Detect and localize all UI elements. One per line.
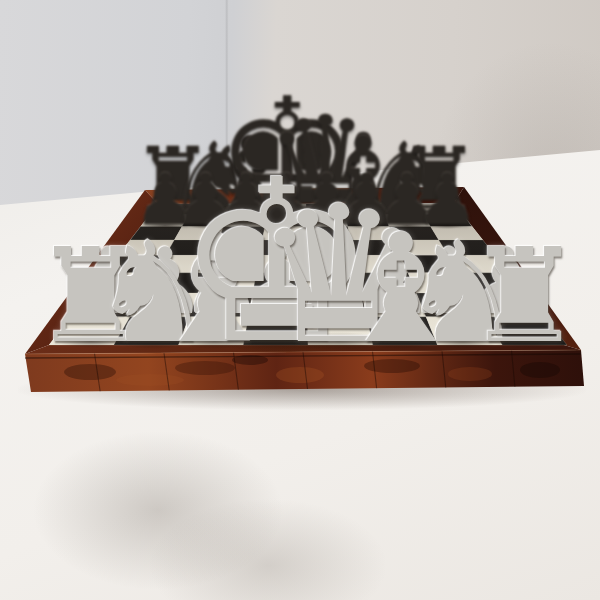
piece-silver-rook[interactable]: ♜	[466, 231, 583, 361]
photo-scene: ♜♞♝♚♛♝♞♜♟♟♟♟♟♟♟♟♟♟♟♟♟♟♟♟♜♞♝♚♛♝♞♜	[0, 0, 600, 600]
pieces-layer: ♜♞♝♚♛♝♞♜♟♟♟♟♟♟♟♟♟♟♟♟♟♟♟♟♜♞♝♚♛♝♞♜	[0, 0, 600, 600]
